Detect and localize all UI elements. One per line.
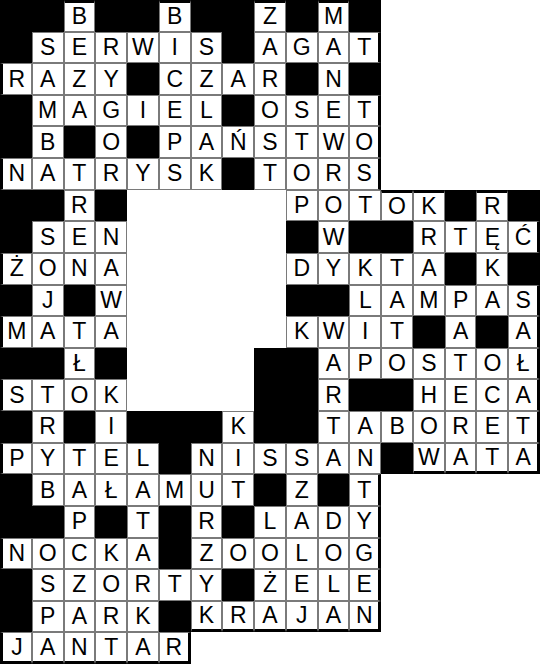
photo-placeholder (159, 253, 191, 285)
black-cell (286, 285, 318, 317)
grid-cell: N (318, 63, 350, 95)
black-cell (508, 190, 540, 222)
grid-cell: T (318, 411, 350, 443)
outside-area (476, 601, 508, 633)
outside-area (413, 474, 445, 506)
photo-placeholder (127, 285, 159, 317)
grid-cell: A (191, 126, 223, 158)
grid-cell: O (95, 126, 127, 158)
grid-cell: P (286, 190, 318, 222)
outside-area (286, 632, 318, 664)
photo-placeholder (191, 348, 223, 380)
photo-placeholder (222, 316, 254, 348)
grid-cell: R (95, 32, 127, 64)
grid-cell: B (32, 474, 64, 506)
photo-placeholder (254, 316, 286, 348)
grid-cell: D (286, 253, 318, 285)
black-cell (0, 221, 32, 253)
grid-cell: A (95, 316, 127, 348)
grid-cell: P (349, 348, 381, 380)
black-cell (349, 221, 381, 253)
grid-cell: S (32, 569, 64, 601)
grid-cell: E (318, 95, 350, 127)
grid-cell: O (318, 538, 350, 570)
grid-cell: L (286, 538, 318, 570)
black-cell (222, 95, 254, 127)
black-cell (0, 348, 32, 380)
grid-cell: O (318, 190, 350, 222)
photo-placeholder (127, 316, 159, 348)
grid-cell: O (32, 538, 64, 570)
black-cell (159, 506, 191, 538)
photo-placeholder (254, 221, 286, 253)
grid-cell: O (32, 253, 64, 285)
black-cell (413, 316, 445, 348)
black-cell (222, 32, 254, 64)
grid-cell: M (318, 0, 350, 32)
grid-cell: T (381, 253, 413, 285)
photo-placeholder (254, 190, 286, 222)
outside-area (445, 632, 477, 664)
grid-cell: J (0, 632, 32, 664)
outside-area (508, 63, 540, 95)
photo-placeholder (127, 379, 159, 411)
black-cell (95, 506, 127, 538)
grid-cell: A (286, 506, 318, 538)
grid-cell: W (95, 285, 127, 317)
outside-area (381, 126, 413, 158)
outside-area (508, 506, 540, 538)
grid-cell: O (349, 126, 381, 158)
grid-cell: Y (95, 63, 127, 95)
black-cell (0, 0, 32, 32)
outside-area (508, 601, 540, 633)
black-cell (32, 0, 64, 32)
grid-cell: W (318, 316, 350, 348)
grid-cell: Ń (222, 126, 254, 158)
photo-placeholder (222, 221, 254, 253)
outside-area (508, 632, 540, 664)
black-cell (0, 285, 32, 317)
outside-area (381, 632, 413, 664)
grid-cell: H (413, 379, 445, 411)
grid-cell: A (508, 443, 540, 475)
black-cell (222, 506, 254, 538)
grid-cell: T (445, 221, 477, 253)
grid-cell: O (381, 190, 413, 222)
photo-placeholder (127, 253, 159, 285)
grid-cell: T (64, 158, 96, 190)
black-cell (254, 348, 286, 380)
photo-placeholder (159, 379, 191, 411)
grid-cell: K (349, 253, 381, 285)
grid-cell: A (476, 285, 508, 317)
grid-cell: O (476, 348, 508, 380)
black-cell (191, 0, 223, 32)
black-cell (127, 63, 159, 95)
outside-area (445, 0, 477, 32)
photo-placeholder (254, 285, 286, 317)
grid-cell: K (286, 316, 318, 348)
grid-cell: T (159, 569, 191, 601)
grid-cell: T (349, 95, 381, 127)
grid-cell: R (191, 506, 223, 538)
black-cell (127, 126, 159, 158)
photo-placeholder (191, 253, 223, 285)
grid-cell: Ł (508, 348, 540, 380)
black-cell (476, 316, 508, 348)
grid-cell: R (476, 190, 508, 222)
grid-cell: Z (254, 0, 286, 32)
grid-cell: I (159, 32, 191, 64)
grid-cell: R (222, 601, 254, 633)
grid-cell: Y (318, 253, 350, 285)
outside-area (349, 632, 381, 664)
outside-area (413, 506, 445, 538)
outside-area (381, 506, 413, 538)
grid-cell: R (0, 63, 32, 95)
black-cell (0, 95, 32, 127)
grid-cell: A (413, 253, 445, 285)
grid-cell: O (413, 411, 445, 443)
black-cell (0, 32, 32, 64)
photo-placeholder (222, 379, 254, 411)
grid-cell: T (32, 379, 64, 411)
grid-cell: A (445, 316, 477, 348)
outside-area (413, 538, 445, 570)
grid-cell: A (127, 632, 159, 664)
photo-placeholder (159, 285, 191, 317)
grid-cell: I (349, 316, 381, 348)
outside-area (381, 474, 413, 506)
black-cell (286, 348, 318, 380)
outside-area (445, 569, 477, 601)
black-cell (286, 63, 318, 95)
grid-cell: L (318, 569, 350, 601)
outside-area (508, 32, 540, 64)
black-cell (32, 348, 64, 380)
grid-cell: O (254, 538, 286, 570)
outside-area (476, 569, 508, 601)
grid-cell: M (159, 474, 191, 506)
outside-area (445, 538, 477, 570)
outside-area (445, 95, 477, 127)
grid-cell: N (0, 158, 32, 190)
black-cell (381, 379, 413, 411)
grid-cell: Y (32, 443, 64, 475)
black-cell (95, 348, 127, 380)
black-cell (64, 126, 96, 158)
grid-cell: A (254, 601, 286, 633)
outside-area (413, 126, 445, 158)
grid-cell: P (32, 601, 64, 633)
grid-cell: A (222, 63, 254, 95)
outside-area (476, 95, 508, 127)
grid-cell: T (508, 411, 540, 443)
grid-cell: R (64, 190, 96, 222)
grid-cell: T (476, 443, 508, 475)
outside-area (476, 32, 508, 64)
black-cell (0, 411, 32, 443)
outside-area (476, 632, 508, 664)
grid-cell: N (95, 221, 127, 253)
photo-placeholder (191, 221, 223, 253)
grid-cell: O (381, 348, 413, 380)
outside-area (476, 0, 508, 32)
outside-area (254, 632, 286, 664)
grid-cell: W (127, 32, 159, 64)
outside-area (508, 569, 540, 601)
grid-cell: R (95, 601, 127, 633)
grid-cell: T (349, 190, 381, 222)
black-cell (286, 221, 318, 253)
grid-cell: R (318, 158, 350, 190)
grid-cell: S (32, 32, 64, 64)
grid-cell: E (476, 411, 508, 443)
photo-placeholder (127, 190, 159, 222)
grid-cell: K (413, 190, 445, 222)
grid-cell: S (349, 158, 381, 190)
grid-cell: L (191, 95, 223, 127)
grid-cell: A (508, 316, 540, 348)
photo-placeholder (191, 285, 223, 317)
grid-cell: U (191, 474, 223, 506)
black-cell (191, 411, 223, 443)
grid-cell: Z (286, 474, 318, 506)
black-cell (222, 569, 254, 601)
black-cell (32, 506, 64, 538)
grid-cell: K (95, 379, 127, 411)
grid-cell: A (32, 632, 64, 664)
grid-cell: R (254, 63, 286, 95)
outside-area (508, 95, 540, 127)
black-cell (254, 411, 286, 443)
grid-cell: A (318, 443, 350, 475)
black-cell (349, 379, 381, 411)
grid-cell: O (95, 569, 127, 601)
grid-cell: S (159, 158, 191, 190)
grid-cell: T (95, 632, 127, 664)
outside-area (381, 32, 413, 64)
black-cell (95, 0, 127, 32)
grid-cell: Z (191, 63, 223, 95)
grid-cell: A (381, 285, 413, 317)
grid-cell: Z (191, 538, 223, 570)
grid-cell: T (254, 158, 286, 190)
outside-area (476, 158, 508, 190)
black-cell (286, 411, 318, 443)
grid-cell: G (95, 95, 127, 127)
photo-placeholder (222, 348, 254, 380)
grid-cell: A (127, 538, 159, 570)
grid-cell: O (222, 538, 254, 570)
black-cell (0, 506, 32, 538)
grid-cell: D (318, 506, 350, 538)
outside-area (476, 538, 508, 570)
grid-cell: L (127, 443, 159, 475)
grid-cell: Y (127, 158, 159, 190)
grid-cell: Y (191, 569, 223, 601)
grid-cell: A (318, 32, 350, 64)
grid-cell: Z (64, 569, 96, 601)
grid-cell: K (95, 538, 127, 570)
grid-cell: T (127, 506, 159, 538)
grid-cell: S (191, 32, 223, 64)
photo-placeholder (254, 253, 286, 285)
grid-cell: N (349, 601, 381, 633)
grid-cell: N (349, 443, 381, 475)
grid-cell: A (445, 443, 477, 475)
outside-area (476, 506, 508, 538)
grid-cell: R (159, 632, 191, 664)
grid-cell: A (32, 316, 64, 348)
grid-cell: Ł (95, 474, 127, 506)
outside-area (413, 63, 445, 95)
grid-cell: M (413, 285, 445, 317)
grid-cell: A (32, 158, 64, 190)
grid-cell: T (349, 474, 381, 506)
grid-cell: B (159, 0, 191, 32)
grid-cell: A (318, 348, 350, 380)
grid-cell: E (445, 379, 477, 411)
black-cell (349, 0, 381, 32)
outside-area (445, 474, 477, 506)
grid-cell: E (286, 569, 318, 601)
grid-cell: T (349, 32, 381, 64)
black-cell (0, 569, 32, 601)
grid-cell: T (64, 443, 96, 475)
grid-cell: R (127, 569, 159, 601)
outside-area (445, 126, 477, 158)
outside-area (476, 474, 508, 506)
grid-cell: A (508, 379, 540, 411)
grid-cell: M (32, 95, 64, 127)
black-cell (64, 411, 96, 443)
outside-area (445, 32, 477, 64)
black-cell (0, 190, 32, 222)
outside-area (476, 126, 508, 158)
outside-area (508, 474, 540, 506)
black-cell (445, 190, 477, 222)
outside-area (222, 632, 254, 664)
grid-cell: S (286, 443, 318, 475)
grid-cell: A (32, 63, 64, 95)
black-cell (318, 285, 350, 317)
grid-cell: R (413, 221, 445, 253)
outside-area (445, 158, 477, 190)
grid-cell: N (191, 443, 223, 475)
grid-cell: B (381, 411, 413, 443)
grid-cell: K (222, 411, 254, 443)
grid-cell: K (191, 158, 223, 190)
black-cell (286, 379, 318, 411)
grid-cell: S (254, 126, 286, 158)
crossword-grid: BBZMSERWISAGATRAZYCZARNMAGIELOSETBOPAŃST… (0, 0, 540, 664)
outside-area (413, 569, 445, 601)
grid-cell: E (64, 32, 96, 64)
grid-cell: A (64, 474, 96, 506)
grid-cell: Ł (64, 348, 96, 380)
grid-cell: P (64, 506, 96, 538)
black-cell (0, 601, 32, 633)
outside-area (381, 569, 413, 601)
black-cell (445, 253, 477, 285)
grid-cell: O (254, 95, 286, 127)
grid-cell: K (191, 601, 223, 633)
black-cell (127, 411, 159, 443)
grid-cell: Ę (476, 221, 508, 253)
black-cell (159, 601, 191, 633)
grid-cell: L (254, 506, 286, 538)
grid-cell: Ć (508, 221, 540, 253)
grid-cell: J (32, 285, 64, 317)
grid-cell: T (445, 348, 477, 380)
grid-cell: Ż (0, 253, 32, 285)
black-cell (159, 411, 191, 443)
grid-cell: K (127, 601, 159, 633)
grid-cell: E (159, 95, 191, 127)
outside-area (381, 601, 413, 633)
outside-area (508, 126, 540, 158)
outside-area (445, 601, 477, 633)
black-cell (0, 474, 32, 506)
photo-placeholder (159, 221, 191, 253)
photo-placeholder (191, 190, 223, 222)
photo-placeholder (191, 379, 223, 411)
grid-cell: E (64, 221, 96, 253)
grid-cell: Y (349, 506, 381, 538)
grid-cell: A (127, 474, 159, 506)
outside-area (476, 63, 508, 95)
outside-area (445, 506, 477, 538)
outside-area (381, 158, 413, 190)
outside-area (381, 538, 413, 570)
grid-cell: B (64, 0, 96, 32)
grid-cell: O (286, 158, 318, 190)
grid-cell: G (286, 32, 318, 64)
grid-cell: S (254, 443, 286, 475)
grid-cell: R (445, 411, 477, 443)
grid-cell: A (64, 601, 96, 633)
grid-cell: S (508, 285, 540, 317)
grid-cell: T (222, 474, 254, 506)
photo-placeholder (159, 316, 191, 348)
black-cell (508, 253, 540, 285)
grid-cell: W (318, 126, 350, 158)
outside-area (508, 538, 540, 570)
grid-cell: S (0, 379, 32, 411)
outside-area (381, 95, 413, 127)
black-cell (381, 221, 413, 253)
grid-cell: I (127, 95, 159, 127)
photo-placeholder (127, 221, 159, 253)
grid-cell: A (318, 601, 350, 633)
black-cell (0, 126, 32, 158)
outside-area (445, 63, 477, 95)
grid-cell: Z (64, 63, 96, 95)
black-cell (349, 63, 381, 95)
black-cell (159, 443, 191, 475)
grid-cell: A (349, 411, 381, 443)
grid-cell: P (445, 285, 477, 317)
outside-area (508, 158, 540, 190)
black-cell (159, 538, 191, 570)
grid-cell: G (349, 538, 381, 570)
outside-area (191, 632, 223, 664)
photo-placeholder (159, 190, 191, 222)
outside-area (413, 632, 445, 664)
outside-area (413, 158, 445, 190)
